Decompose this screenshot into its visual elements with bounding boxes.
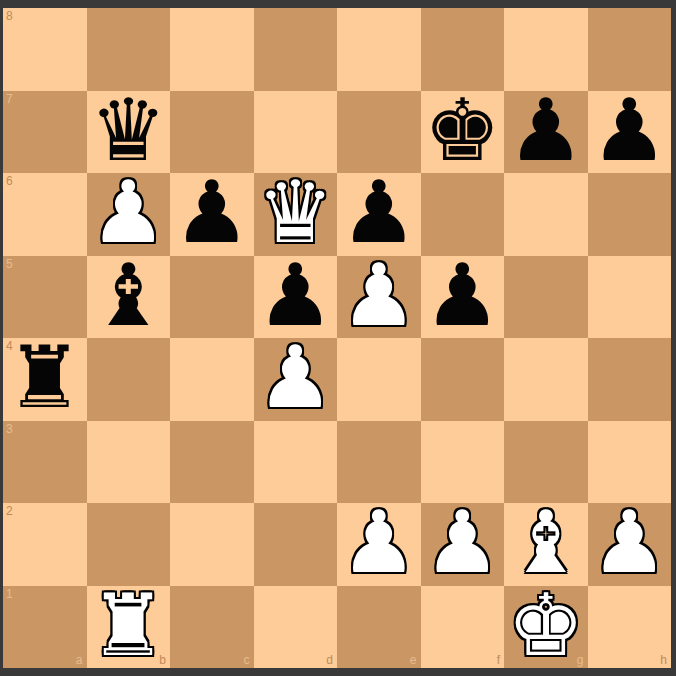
black-king[interactable]: ♚ [424, 87, 501, 173]
black-pawn[interactable]: ♟ [257, 252, 334, 338]
square-f5[interactable]: ♟ [421, 256, 505, 339]
square-a3[interactable]: 3 [3, 421, 87, 504]
square-g4[interactable] [504, 338, 588, 421]
square-a5[interactable]: 5 [3, 256, 87, 339]
file-label-g: g [577, 654, 584, 666]
square-e6[interactable]: ♟ [337, 173, 421, 256]
square-e3[interactable] [337, 421, 421, 504]
square-d4[interactable]: ♟ [254, 338, 338, 421]
file-label-e: e [410, 654, 417, 666]
square-e5[interactable]: ♟ [337, 256, 421, 339]
file-label-h: h [660, 654, 667, 666]
square-g3[interactable] [504, 421, 588, 504]
square-c5[interactable] [170, 256, 254, 339]
square-b6[interactable]: ♟ [87, 173, 171, 256]
square-c7[interactable] [170, 91, 254, 174]
square-f6[interactable] [421, 173, 505, 256]
rank-label-5: 5 [6, 258, 13, 270]
square-d1[interactable]: d [254, 586, 338, 669]
square-h8[interactable] [588, 8, 672, 91]
white-queen[interactable]: ♛ [257, 169, 334, 255]
square-d8[interactable] [254, 8, 338, 91]
square-e4[interactable] [337, 338, 421, 421]
square-e8[interactable] [337, 8, 421, 91]
square-h1[interactable]: h [588, 586, 672, 669]
white-pawn[interactable]: ♟ [257, 334, 334, 420]
square-g7[interactable]: ♟ [504, 91, 588, 174]
square-h6[interactable] [588, 173, 672, 256]
white-pawn[interactable]: ♟ [340, 252, 417, 338]
square-g2[interactable]: ♝ [504, 503, 588, 586]
rank-label-8: 8 [6, 10, 13, 22]
square-h4[interactable] [588, 338, 672, 421]
square-f3[interactable] [421, 421, 505, 504]
file-label-d: d [326, 654, 333, 666]
rank-label-7: 7 [6, 93, 13, 105]
square-e2[interactable]: ♟ [337, 503, 421, 586]
square-c6[interactable]: ♟ [170, 173, 254, 256]
file-label-b: b [159, 654, 166, 666]
square-h7[interactable]: ♟ [588, 91, 672, 174]
black-queen[interactable]: ♛ [90, 87, 167, 173]
square-b4[interactable] [87, 338, 171, 421]
square-e7[interactable] [337, 91, 421, 174]
square-h3[interactable] [588, 421, 672, 504]
square-g5[interactable] [504, 256, 588, 339]
black-rook[interactable]: ♜ [6, 334, 83, 420]
square-c8[interactable] [170, 8, 254, 91]
black-pawn[interactable]: ♟ [507, 87, 584, 173]
square-f8[interactable] [421, 8, 505, 91]
black-pawn[interactable]: ♟ [173, 169, 250, 255]
white-rook[interactable]: ♜ [90, 582, 167, 668]
square-f1[interactable]: f [421, 586, 505, 669]
square-a1[interactable]: 1a [3, 586, 87, 669]
square-b3[interactable] [87, 421, 171, 504]
square-a6[interactable]: 6 [3, 173, 87, 256]
square-f2[interactable]: ♟ [421, 503, 505, 586]
file-label-c: c [244, 654, 250, 666]
file-label-a: a [76, 654, 83, 666]
black-pawn[interactable]: ♟ [591, 87, 668, 173]
square-b5[interactable]: ♝ [87, 256, 171, 339]
square-b2[interactable] [87, 503, 171, 586]
square-a7[interactable]: 7 [3, 91, 87, 174]
rank-label-4: 4 [6, 340, 13, 352]
board-frame: 87♛♚♟♟6♟♟♛♟5♝♟♟♟4♜♟32♟♟♝♟1ab♜cdefg♚h [0, 0, 676, 676]
square-a4[interactable]: 4♜ [3, 338, 87, 421]
square-g8[interactable] [504, 8, 588, 91]
square-d6[interactable]: ♛ [254, 173, 338, 256]
square-g1[interactable]: g♚ [504, 586, 588, 669]
square-c3[interactable] [170, 421, 254, 504]
white-pawn[interactable]: ♟ [340, 499, 417, 585]
white-king[interactable]: ♚ [507, 582, 584, 668]
square-c4[interactable] [170, 338, 254, 421]
square-a8[interactable]: 8 [3, 8, 87, 91]
square-c1[interactable]: c [170, 586, 254, 669]
square-e1[interactable]: e [337, 586, 421, 669]
black-pawn[interactable]: ♟ [424, 252, 501, 338]
rank-label-6: 6 [6, 175, 13, 187]
square-h5[interactable] [588, 256, 672, 339]
black-bishop[interactable]: ♝ [90, 252, 167, 338]
rank-label-3: 3 [6, 423, 13, 435]
file-label-f: f [497, 654, 500, 666]
white-pawn[interactable]: ♟ [591, 499, 668, 585]
square-d7[interactable] [254, 91, 338, 174]
square-c2[interactable] [170, 503, 254, 586]
white-pawn[interactable]: ♟ [424, 499, 501, 585]
square-f4[interactable] [421, 338, 505, 421]
square-g6[interactable] [504, 173, 588, 256]
square-b7[interactable]: ♛ [87, 91, 171, 174]
square-f7[interactable]: ♚ [421, 91, 505, 174]
chess-board: 87♛♚♟♟6♟♟♛♟5♝♟♟♟4♜♟32♟♟♝♟1ab♜cdefg♚h [3, 8, 671, 668]
square-a2[interactable]: 2 [3, 503, 87, 586]
square-d3[interactable] [254, 421, 338, 504]
square-d5[interactable]: ♟ [254, 256, 338, 339]
square-d2[interactable] [254, 503, 338, 586]
square-b8[interactable] [87, 8, 171, 91]
rank-label-1: 1 [6, 588, 13, 600]
rank-label-2: 2 [6, 505, 13, 517]
square-b1[interactable]: b♜ [87, 586, 171, 669]
white-pawn[interactable]: ♟ [90, 169, 167, 255]
black-pawn[interactable]: ♟ [340, 169, 417, 255]
square-h2[interactable]: ♟ [588, 503, 672, 586]
white-bishop[interactable]: ♝ [507, 499, 584, 585]
